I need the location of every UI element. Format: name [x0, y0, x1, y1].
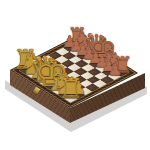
chess-set-photo[interactable]: ♜♞♝♛♚♝♞♜♟♟♟♟♟♟♟♟♟♟♟♟♟♟♟♟♜♞♝♛♚♝♞♜ [0, 0, 150, 150]
